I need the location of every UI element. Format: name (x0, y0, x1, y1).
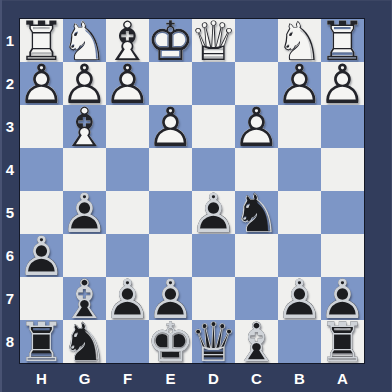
piece-black-pawn: ♟♙ (106, 277, 149, 320)
rank-label-7: 7 (0, 277, 20, 320)
square-g8[interactable]: ♞♘ (63, 320, 106, 363)
square-d3[interactable] (192, 105, 235, 148)
square-a2[interactable]: ♟♙ (321, 62, 364, 105)
board-frame: 12345678 ♜♖♞♘♝♗♚♔♛♕♞♘♜♖♟♙♟♙♟♙♟♙♟♙♝♗♟♙♟♙♟… (0, 0, 392, 392)
file-label-f: F (106, 364, 149, 392)
piece-black-knight: ♞♘ (235, 191, 278, 234)
piece-outline-glyph: ♗ (106, 19, 149, 62)
piece-white-rook: ♜♖ (20, 19, 63, 62)
piece-fill-glyph: ♜ (321, 320, 364, 363)
piece-black-pawn: ♟♙ (20, 234, 63, 277)
square-f1[interactable]: ♝♗ (106, 19, 149, 62)
rank-label-5: 5 (0, 191, 20, 234)
piece-fill-glyph: ♟ (149, 105, 192, 148)
square-d6[interactable] (192, 234, 235, 277)
piece-fill-glyph: ♟ (106, 62, 149, 105)
square-b8[interactable] (278, 320, 321, 363)
piece-white-pawn: ♟♙ (106, 62, 149, 105)
piece-black-bishop: ♝♗ (63, 277, 106, 320)
piece-white-pawn: ♟♙ (235, 105, 278, 148)
rank-label-3: 3 (0, 105, 20, 148)
piece-outline-glyph: ♔ (149, 19, 192, 62)
piece-outline-glyph: ♕ (192, 19, 235, 62)
square-e8[interactable]: ♚♔ (149, 320, 192, 363)
square-e6[interactable] (149, 234, 192, 277)
square-g5[interactable]: ♟♙ (63, 191, 106, 234)
square-c2[interactable] (235, 62, 278, 105)
square-f2[interactable]: ♟♙ (106, 62, 149, 105)
piece-fill-glyph: ♟ (20, 234, 63, 277)
piece-white-pawn: ♟♙ (321, 62, 364, 105)
square-d1[interactable]: ♛♕ (192, 19, 235, 62)
piece-outline-glyph: ♙ (106, 277, 149, 320)
square-b2[interactable]: ♟♙ (278, 62, 321, 105)
piece-fill-glyph: ♝ (106, 19, 149, 62)
square-a6[interactable] (321, 234, 364, 277)
rank-label-8: 8 (0, 320, 20, 363)
square-g2[interactable]: ♟♙ (63, 62, 106, 105)
piece-fill-glyph: ♟ (321, 62, 364, 105)
square-d2[interactable] (192, 62, 235, 105)
square-h1[interactable]: ♜♖ (20, 19, 63, 62)
piece-outline-glyph: ♙ (192, 191, 235, 234)
piece-white-bishop: ♝♗ (63, 105, 106, 148)
piece-outline-glyph: ♙ (20, 234, 63, 277)
square-g4[interactable] (63, 148, 106, 191)
piece-fill-glyph: ♟ (20, 62, 63, 105)
rank-label-1: 1 (0, 19, 20, 62)
piece-fill-glyph: ♞ (63, 19, 106, 62)
square-f3[interactable] (106, 105, 149, 148)
file-label-a: A (321, 364, 364, 392)
square-c3[interactable]: ♟♙ (235, 105, 278, 148)
piece-white-queen: ♛♕ (192, 19, 235, 62)
piece-fill-glyph: ♟ (63, 191, 106, 234)
square-d4[interactable] (192, 148, 235, 191)
square-b4[interactable] (278, 148, 321, 191)
square-e7[interactable]: ♟♙ (149, 277, 192, 320)
rank-label-6: 6 (0, 234, 20, 277)
piece-outline-glyph: ♘ (63, 320, 106, 363)
square-h6[interactable]: ♟♙ (20, 234, 63, 277)
piece-outline-glyph: ♙ (63, 62, 106, 105)
square-e1[interactable]: ♚♔ (149, 19, 192, 62)
piece-fill-glyph: ♛ (192, 320, 235, 363)
piece-white-knight: ♞♘ (278, 19, 321, 62)
piece-outline-glyph: ♘ (63, 19, 106, 62)
square-f6[interactable] (106, 234, 149, 277)
piece-fill-glyph: ♟ (63, 62, 106, 105)
piece-black-pawn: ♟♙ (63, 191, 106, 234)
square-e4[interactable] (149, 148, 192, 191)
piece-outline-glyph: ♖ (321, 320, 364, 363)
piece-black-bishop: ♝♗ (235, 320, 278, 363)
square-f5[interactable] (106, 191, 149, 234)
piece-fill-glyph: ♚ (149, 320, 192, 363)
file-label-h: H (20, 364, 63, 392)
square-h3[interactable] (20, 105, 63, 148)
piece-black-king: ♚♔ (149, 320, 192, 363)
piece-white-king: ♚♔ (149, 19, 192, 62)
file-label-c: C (235, 364, 278, 392)
piece-outline-glyph: ♗ (63, 105, 106, 148)
piece-fill-glyph: ♝ (235, 320, 278, 363)
square-e5[interactable] (149, 191, 192, 234)
piece-outline-glyph: ♔ (149, 320, 192, 363)
piece-outline-glyph: ♗ (235, 320, 278, 363)
square-h4[interactable] (20, 148, 63, 191)
piece-fill-glyph: ♞ (235, 191, 278, 234)
piece-fill-glyph: ♛ (192, 19, 235, 62)
piece-white-pawn: ♟♙ (149, 105, 192, 148)
piece-outline-glyph: ♙ (106, 62, 149, 105)
square-c5[interactable]: ♞♘ (235, 191, 278, 234)
piece-fill-glyph: ♜ (20, 320, 63, 363)
piece-fill-glyph: ♟ (321, 277, 364, 320)
piece-fill-glyph: ♞ (278, 19, 321, 62)
piece-outline-glyph: ♙ (278, 62, 321, 105)
piece-fill-glyph: ♚ (149, 19, 192, 62)
piece-outline-glyph: ♙ (149, 277, 192, 320)
square-b1[interactable]: ♞♘ (278, 19, 321, 62)
square-d7[interactable] (192, 277, 235, 320)
file-label-d: D (192, 364, 235, 392)
square-h8[interactable]: ♜♖ (20, 320, 63, 363)
rank-label-2: 2 (0, 62, 20, 105)
square-f4[interactable] (106, 148, 149, 191)
square-f8[interactable] (106, 320, 149, 363)
piece-black-knight: ♞♘ (63, 320, 106, 363)
square-c1[interactable] (235, 19, 278, 62)
piece-outline-glyph: ♘ (278, 19, 321, 62)
piece-white-knight: ♞♘ (63, 19, 106, 62)
piece-outline-glyph: ♖ (20, 320, 63, 363)
piece-white-rook: ♜♖ (321, 19, 364, 62)
square-d5[interactable]: ♟♙ (192, 191, 235, 234)
square-h7[interactable] (20, 277, 63, 320)
square-c4[interactable] (235, 148, 278, 191)
piece-white-pawn: ♟♙ (20, 62, 63, 105)
square-a1[interactable]: ♜♖ (321, 19, 364, 62)
square-g3[interactable]: ♝♗ (63, 105, 106, 148)
piece-black-rook: ♜♖ (20, 320, 63, 363)
piece-fill-glyph: ♟ (106, 277, 149, 320)
square-a8[interactable]: ♜♖ (321, 320, 364, 363)
square-e2[interactable] (149, 62, 192, 105)
square-b6[interactable] (278, 234, 321, 277)
piece-fill-glyph: ♞ (63, 320, 106, 363)
square-c6[interactable] (235, 234, 278, 277)
piece-black-pawn: ♟♙ (192, 191, 235, 234)
square-b7[interactable]: ♟♙ (278, 277, 321, 320)
file-labels: HGFEDCBA (20, 364, 364, 392)
piece-black-pawn: ♟♙ (321, 277, 364, 320)
square-b5[interactable] (278, 191, 321, 234)
piece-outline-glyph: ♙ (235, 105, 278, 148)
square-g7[interactable]: ♝♗ (63, 277, 106, 320)
piece-fill-glyph: ♜ (20, 19, 63, 62)
piece-outline-glyph: ♙ (321, 62, 364, 105)
piece-fill-glyph: ♟ (192, 191, 235, 234)
piece-fill-glyph: ♟ (278, 277, 321, 320)
piece-black-rook: ♜♖ (321, 320, 364, 363)
piece-outline-glyph: ♗ (63, 277, 106, 320)
rank-label-4: 4 (0, 148, 20, 191)
square-g1[interactable]: ♞♘ (63, 19, 106, 62)
piece-outline-glyph: ♙ (20, 62, 63, 105)
piece-fill-glyph: ♟ (278, 62, 321, 105)
piece-outline-glyph: ♕ (192, 320, 235, 363)
piece-outline-glyph: ♙ (278, 277, 321, 320)
piece-black-pawn: ♟♙ (278, 277, 321, 320)
square-h5[interactable] (20, 191, 63, 234)
square-a3[interactable] (321, 105, 364, 148)
square-d8[interactable]: ♛♕ (192, 320, 235, 363)
piece-outline-glyph: ♙ (321, 277, 364, 320)
piece-outline-glyph: ♙ (63, 191, 106, 234)
file-label-b: B (278, 364, 321, 392)
piece-fill-glyph: ♝ (63, 105, 106, 148)
piece-white-bishop: ♝♗ (106, 19, 149, 62)
square-e3[interactable]: ♟♙ (149, 105, 192, 148)
square-g6[interactable] (63, 234, 106, 277)
piece-fill-glyph: ♜ (321, 19, 364, 62)
piece-black-queen: ♛♕ (192, 320, 235, 363)
square-f7[interactable]: ♟♙ (106, 277, 149, 320)
piece-fill-glyph: ♟ (149, 277, 192, 320)
rank-labels: 12345678 (0, 19, 20, 363)
square-a7[interactable]: ♟♙ (321, 277, 364, 320)
piece-outline-glyph: ♖ (321, 19, 364, 62)
piece-white-pawn: ♟♙ (63, 62, 106, 105)
file-label-e: E (149, 364, 192, 392)
square-a4[interactable] (321, 148, 364, 191)
file-label-g: G (63, 364, 106, 392)
piece-black-pawn: ♟♙ (149, 277, 192, 320)
square-h2[interactable]: ♟♙ (20, 62, 63, 105)
piece-fill-glyph: ♝ (63, 277, 106, 320)
piece-outline-glyph: ♖ (20, 19, 63, 62)
square-b3[interactable] (278, 105, 321, 148)
piece-outline-glyph: ♙ (149, 105, 192, 148)
chess-board: ♜♖♞♘♝♗♚♔♛♕♞♘♜♖♟♙♟♙♟♙♟♙♟♙♝♗♟♙♟♙♟♙♟♙♞♘♟♙♝♗… (20, 19, 364, 363)
piece-white-pawn: ♟♙ (278, 62, 321, 105)
square-c8[interactable]: ♝♗ (235, 320, 278, 363)
square-c7[interactable] (235, 277, 278, 320)
piece-outline-glyph: ♘ (235, 191, 278, 234)
piece-fill-glyph: ♟ (235, 105, 278, 148)
square-a5[interactable] (321, 191, 364, 234)
